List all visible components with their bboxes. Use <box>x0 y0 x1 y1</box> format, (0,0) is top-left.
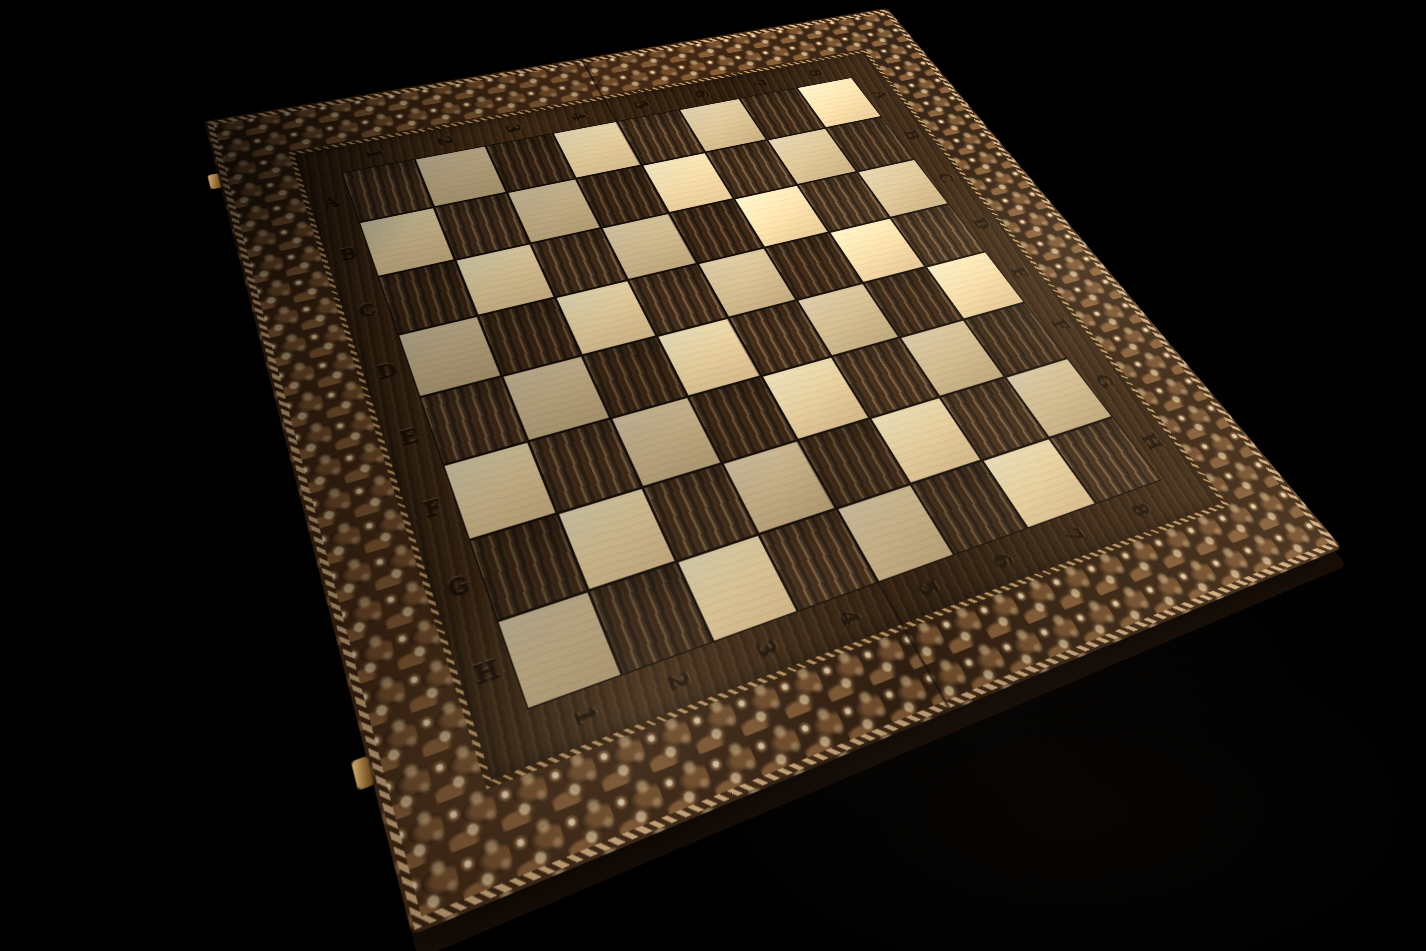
photo-background: 12345678 12345678 ABCDEFGH ABCDEFGH <box>0 0 1426 951</box>
